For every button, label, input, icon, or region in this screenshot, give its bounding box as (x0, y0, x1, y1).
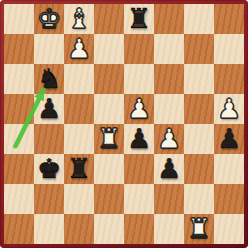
chess-board: ♚♝♜♟♞♟♟♟♜♟♟♟♚♜♟♜ (4, 4, 244, 244)
square-b1[interactable] (34, 214, 64, 244)
square-a6[interactable] (4, 64, 34, 94)
white-bishop-c8[interactable]: ♝ (67, 5, 91, 32)
square-e1[interactable] (124, 214, 154, 244)
square-g3[interactable] (184, 154, 214, 184)
square-d3[interactable] (94, 154, 124, 184)
black-pawn-b5[interactable]: ♟ (37, 95, 61, 122)
square-d2[interactable] (94, 184, 124, 214)
white-pawn-c7[interactable]: ♟ (67, 35, 91, 62)
square-d1[interactable] (94, 214, 124, 244)
square-h2[interactable] (214, 184, 244, 214)
square-a1[interactable] (4, 214, 34, 244)
square-g6[interactable] (184, 64, 214, 94)
square-e8[interactable]: ♜ (124, 4, 154, 34)
square-f2[interactable] (154, 184, 184, 214)
square-b2[interactable] (34, 184, 64, 214)
square-f7[interactable] (154, 34, 184, 64)
square-c7[interactable]: ♟ (64, 34, 94, 64)
white-king-b8[interactable]: ♚ (37, 5, 61, 32)
square-b8[interactable]: ♚ (34, 4, 64, 34)
white-rook-g1[interactable]: ♜ (187, 215, 211, 242)
square-b4[interactable] (34, 124, 64, 154)
square-g8[interactable] (184, 4, 214, 34)
square-f3[interactable]: ♟ (154, 154, 184, 184)
square-h4[interactable]: ♟ (214, 124, 244, 154)
white-rook-d4[interactable]: ♜ (97, 125, 121, 152)
square-e5[interactable]: ♟ (124, 94, 154, 124)
square-e6[interactable] (124, 64, 154, 94)
black-rook-c3[interactable]: ♜ (67, 155, 91, 182)
square-d5[interactable] (94, 94, 124, 124)
square-a4[interactable] (4, 124, 34, 154)
square-e3[interactable] (124, 154, 154, 184)
square-f5[interactable] (154, 94, 184, 124)
square-f8[interactable] (154, 4, 184, 34)
square-a5[interactable] (4, 94, 34, 124)
square-g4[interactable] (184, 124, 214, 154)
square-h5[interactable]: ♟ (214, 94, 244, 124)
square-a2[interactable] (4, 184, 34, 214)
square-b6[interactable]: ♞ (34, 64, 64, 94)
square-h1[interactable] (214, 214, 244, 244)
square-f1[interactable] (154, 214, 184, 244)
square-g7[interactable] (184, 34, 214, 64)
square-e7[interactable] (124, 34, 154, 64)
black-pawn-h4[interactable]: ♟ (217, 125, 241, 152)
square-c6[interactable] (64, 64, 94, 94)
square-c3[interactable]: ♜ (64, 154, 94, 184)
square-g5[interactable] (184, 94, 214, 124)
white-pawn-e5[interactable]: ♟ (127, 95, 151, 122)
square-d8[interactable] (94, 4, 124, 34)
white-pawn-f4[interactable]: ♟ (157, 125, 181, 152)
black-king-b3[interactable]: ♚ (37, 155, 61, 182)
chess-board-frame: ♚♝♜♟♞♟♟♟♜♟♟♟♚♜♟♜ (0, 0, 248, 248)
square-f6[interactable] (154, 64, 184, 94)
square-a8[interactable] (4, 4, 34, 34)
square-b5[interactable]: ♟ (34, 94, 64, 124)
square-c1[interactable] (64, 214, 94, 244)
square-d7[interactable] (94, 34, 124, 64)
black-rook-e8[interactable]: ♜ (127, 5, 151, 32)
square-b3[interactable]: ♚ (34, 154, 64, 184)
black-knight-b6[interactable]: ♞ (37, 65, 61, 92)
square-b7[interactable] (34, 34, 64, 64)
square-a3[interactable] (4, 154, 34, 184)
square-c2[interactable] (64, 184, 94, 214)
square-h3[interactable] (214, 154, 244, 184)
black-pawn-f3[interactable]: ♟ (157, 155, 181, 182)
square-g2[interactable] (184, 184, 214, 214)
square-h6[interactable] (214, 64, 244, 94)
square-c4[interactable] (64, 124, 94, 154)
square-e2[interactable] (124, 184, 154, 214)
square-f4[interactable]: ♟ (154, 124, 184, 154)
square-d6[interactable] (94, 64, 124, 94)
square-e4[interactable]: ♟ (124, 124, 154, 154)
white-pawn-h5[interactable]: ♟ (217, 95, 241, 122)
square-g1[interactable]: ♜ (184, 214, 214, 244)
square-h7[interactable] (214, 34, 244, 64)
square-d4[interactable]: ♜ (94, 124, 124, 154)
square-a7[interactable] (4, 34, 34, 64)
black-pawn-e4[interactable]: ♟ (127, 125, 151, 152)
square-c8[interactable]: ♝ (64, 4, 94, 34)
square-c5[interactable] (64, 94, 94, 124)
square-h8[interactable] (214, 4, 244, 34)
